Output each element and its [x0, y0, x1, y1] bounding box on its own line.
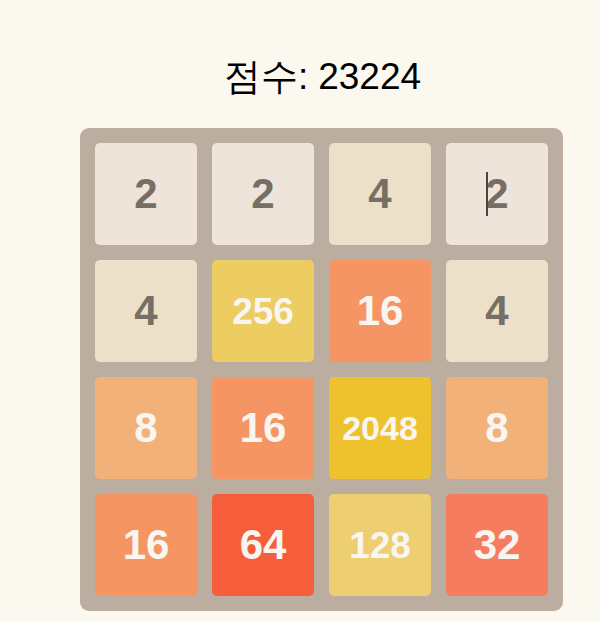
score-value: 23224 [318, 56, 421, 97]
tile-r3c4: 8 [446, 377, 548, 479]
tile-r1c4: 2 [446, 143, 548, 245]
tile-r3c1: 8 [95, 377, 197, 479]
tile-r1c1: 2 [95, 143, 197, 245]
score-display: 점수:23224 [0, 52, 600, 102]
tile-r4c3: 128 [329, 494, 431, 596]
tile-r2c4: 4 [446, 260, 548, 362]
tile-r1c2: 2 [212, 143, 314, 245]
text-caret [486, 172, 488, 216]
tile-r2c1: 4 [95, 260, 197, 362]
tile-r2c3: 16 [329, 260, 431, 362]
tile-r2c2: 256 [212, 260, 314, 362]
tile-r3c3: 2048 [329, 377, 431, 479]
tile-r4c4: 32 [446, 494, 548, 596]
tile-r3c2: 16 [212, 377, 314, 479]
tile-r4c1: 16 [95, 494, 197, 596]
tile-r4c2: 64 [212, 494, 314, 596]
game-page: 점수:23224 2242425616481620488166412832 [0, 0, 600, 621]
score-label: 점수: [224, 56, 308, 97]
board-grid[interactable]: 2242425616481620488166412832 [80, 128, 563, 611]
tile-r1c3: 4 [329, 143, 431, 245]
